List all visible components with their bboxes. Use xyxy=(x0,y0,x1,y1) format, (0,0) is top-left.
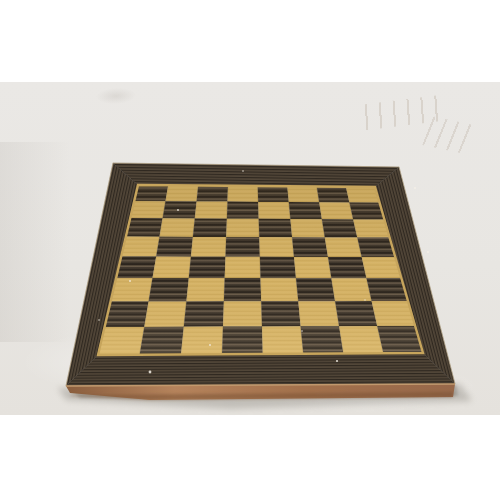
chess-board xyxy=(0,0,500,500)
board-squares xyxy=(98,185,423,355)
product-photo xyxy=(0,0,500,500)
